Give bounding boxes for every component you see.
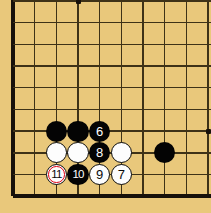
board-intersection <box>176 120 198 142</box>
board-intersection <box>89 185 111 207</box>
board-intersection <box>154 99 176 121</box>
board-intersection <box>154 12 176 34</box>
black-stone-move-10: 10 <box>67 164 88 185</box>
move-number: 7 <box>118 168 125 181</box>
board-intersection <box>176 185 198 207</box>
board-intersection <box>67 0 89 12</box>
board-intersection <box>154 142 176 164</box>
board-intersection <box>24 0 46 12</box>
board-intersection <box>111 0 133 12</box>
board-intersection: 10 <box>67 164 89 186</box>
board-intersection <box>67 12 89 34</box>
move-number: 6 <box>96 125 103 138</box>
board-intersection <box>111 120 133 142</box>
board-intersection <box>2 120 24 142</box>
board-intersection <box>132 55 154 77</box>
board-intersection <box>176 77 198 99</box>
board-intersection <box>176 0 198 12</box>
board-intersection <box>67 142 89 164</box>
board-intersection <box>197 164 211 186</box>
board-intersection <box>111 34 133 56</box>
board-intersection <box>132 142 154 164</box>
board-intersection: 7 <box>111 164 133 186</box>
board-intersection: 9 <box>89 164 111 186</box>
board-intersection <box>2 99 24 121</box>
board-intersection <box>46 55 68 77</box>
board-intersection <box>2 55 24 77</box>
board-intersection <box>24 34 46 56</box>
board-intersection <box>176 55 198 77</box>
board-intersection <box>197 12 211 34</box>
board-intersection <box>2 0 24 12</box>
board-intersection <box>2 77 24 99</box>
board-intersection <box>176 34 198 56</box>
board-intersection <box>89 12 111 34</box>
board-intersection <box>176 12 198 34</box>
board-intersection <box>89 77 111 99</box>
board-intersection <box>197 99 211 121</box>
board-intersection <box>197 0 211 12</box>
board-intersection <box>24 185 46 207</box>
board-intersection <box>132 0 154 12</box>
black-stone-move-8: 8 <box>89 142 110 163</box>
move-number: 11 <box>51 169 61 181</box>
board-intersection <box>2 164 24 186</box>
board-intersection <box>24 164 46 186</box>
board-intersection <box>24 99 46 121</box>
board-intersection <box>176 164 198 186</box>
go-diagram: 68111097 <box>0 0 211 213</box>
white-stone <box>67 142 88 163</box>
board-intersection <box>89 34 111 56</box>
board-intersection <box>89 55 111 77</box>
board-intersection <box>197 55 211 77</box>
white-stone <box>111 142 132 163</box>
board-intersection <box>154 0 176 12</box>
board-intersection <box>111 12 133 34</box>
board-intersection <box>111 55 133 77</box>
board-intersection <box>197 77 211 99</box>
board-intersection <box>154 120 176 142</box>
board-intersection <box>24 77 46 99</box>
white-stone-move-7: 7 <box>111 164 132 185</box>
move-number: 9 <box>96 168 103 181</box>
move-number: 8 <box>96 146 103 159</box>
board-intersection <box>176 99 198 121</box>
board-intersection <box>2 12 24 34</box>
white-stone-move-9: 9 <box>89 164 110 185</box>
white-stone <box>46 142 67 163</box>
board-intersection <box>154 77 176 99</box>
board-intersection <box>197 185 211 207</box>
board-intersection <box>154 55 176 77</box>
black-stone-move-6: 6 <box>89 121 110 142</box>
black-stone <box>154 142 175 163</box>
board-intersection <box>111 185 133 207</box>
board-intersection <box>111 77 133 99</box>
board-intersection <box>46 120 68 142</box>
go-board: 68111097 <box>2 0 211 207</box>
board-intersection <box>132 34 154 56</box>
board-intersection <box>67 185 89 207</box>
board-intersection <box>111 99 133 121</box>
board-intersection <box>46 185 68 207</box>
board-intersection <box>46 12 68 34</box>
board-intersection <box>154 185 176 207</box>
move-number: 10 <box>72 169 83 181</box>
board-intersection <box>132 12 154 34</box>
board-intersection <box>24 55 46 77</box>
board-intersection <box>2 34 24 56</box>
board-intersection: 8 <box>89 142 111 164</box>
board-intersection <box>67 77 89 99</box>
board-intersection <box>197 34 211 56</box>
board-intersection: 11 <box>46 164 68 186</box>
board-intersection: 6 <box>89 120 111 142</box>
white-stone-move-11: 11 <box>46 164 67 185</box>
board-intersection <box>197 120 211 142</box>
board-intersection <box>67 99 89 121</box>
board-intersection <box>111 142 133 164</box>
black-stone <box>67 121 88 142</box>
star-point <box>76 0 81 4</box>
board-intersection <box>132 185 154 207</box>
board-intersection <box>132 120 154 142</box>
board-intersection <box>46 99 68 121</box>
black-stone <box>46 121 67 142</box>
board-intersection <box>89 99 111 121</box>
star-point <box>206 129 211 134</box>
board-intersection <box>67 55 89 77</box>
board-intersection <box>2 185 24 207</box>
board-intersection <box>46 34 68 56</box>
board-intersection <box>154 34 176 56</box>
board-intersection <box>154 164 176 186</box>
board-intersection <box>2 142 24 164</box>
board-intersection <box>132 99 154 121</box>
board-intersection <box>46 142 68 164</box>
board-intersection <box>46 77 68 99</box>
board-intersection <box>132 164 154 186</box>
board-intersection <box>132 77 154 99</box>
board-intersection <box>46 0 68 12</box>
board-intersection <box>67 34 89 56</box>
board-intersection <box>67 120 89 142</box>
board-intersection <box>89 0 111 12</box>
board-intersection <box>24 142 46 164</box>
board-intersection <box>197 142 211 164</box>
board-intersection <box>24 12 46 34</box>
board-intersection <box>24 120 46 142</box>
board-intersection <box>176 142 198 164</box>
